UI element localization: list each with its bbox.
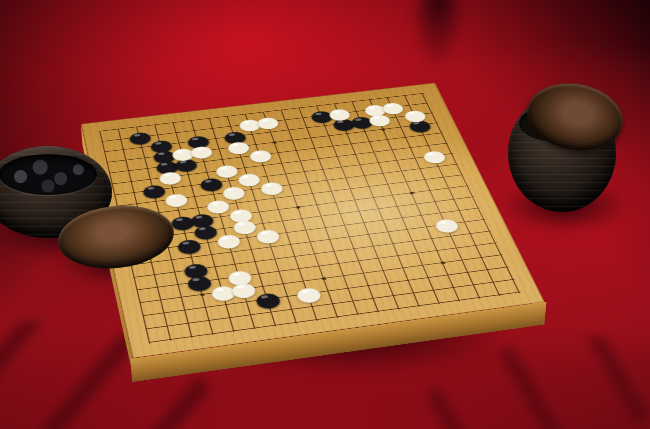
black-stone: ● [255, 292, 280, 308]
black-stone: ● [184, 262, 208, 277]
white-stone-glyph: ● [296, 286, 321, 301]
hoshi-dot [272, 141, 277, 144]
white-stone: ● [296, 286, 321, 301]
white-stone-glyph: ● [165, 192, 187, 206]
white-stone: ● [403, 109, 425, 121]
hoshi-point [312, 271, 337, 286]
black-stone-glyph: ● [194, 224, 217, 238]
black-stone: ● [171, 215, 194, 229]
white-stone-glyph: ● [257, 116, 279, 128]
white-stone: ● [434, 218, 458, 232]
white-stone: ● [227, 269, 251, 284]
hoshi-dot [180, 220, 185, 223]
white-stone-glyph: ● [159, 171, 181, 184]
hoshi-dot [409, 192, 414, 195]
white-stone-glyph: ● [249, 149, 271, 162]
white-stone-glyph: ● [260, 181, 283, 194]
black-stone: ● [177, 238, 200, 252]
white-stone: ● [249, 149, 271, 162]
white-stone: ● [206, 199, 229, 213]
white-stone: ● [159, 171, 181, 184]
white-stone: ● [217, 233, 240, 247]
white-stone: ● [260, 181, 283, 194]
white-stone: ● [190, 145, 212, 158]
white-stone: ● [229, 208, 252, 222]
black-stone-glyph: ● [187, 275, 211, 290]
white-stone: ● [368, 113, 390, 125]
white-stone: ● [165, 192, 187, 206]
white-stone-glyph: ● [328, 108, 350, 120]
hoshi-dot [381, 128, 386, 131]
white-stone: ● [233, 219, 256, 233]
white-stone-glyph: ● [217, 233, 240, 247]
white-stone-glyph: ● [206, 199, 229, 213]
hoshi-point [431, 256, 456, 271]
white-stone-glyph: ● [368, 113, 390, 125]
white-stone-glyph: ● [227, 269, 251, 284]
white-stone-glyph: ● [190, 145, 212, 158]
white-stone-glyph: ● [422, 150, 445, 163]
white-stone-glyph: ● [229, 208, 252, 222]
black-stone-glyph: ● [184, 262, 208, 277]
hoshi-dot [200, 293, 205, 296]
white-stone-glyph: ● [403, 109, 425, 121]
hoshi-point [400, 186, 424, 199]
black-stone: ● [194, 224, 217, 238]
white-stone-glyph: ● [231, 282, 255, 297]
black-stones-in-bowl [0, 154, 97, 194]
hoshi-dot [440, 261, 446, 264]
white-stone-glyph: ● [256, 228, 279, 242]
hoshi-point [190, 287, 214, 302]
hoshi-dot [296, 206, 301, 209]
white-stone: ● [328, 108, 350, 120]
hoshi-dot [321, 277, 326, 280]
black-stone-glyph: ● [255, 292, 280, 308]
white-stone: ● [422, 150, 445, 163]
black-stone-glyph: ● [177, 238, 200, 252]
white-stone: ● [211, 284, 235, 299]
black-stone-glyph: ● [171, 215, 194, 229]
white-stone: ● [231, 282, 255, 297]
white-stone: ● [257, 116, 279, 128]
black-stone: ● [190, 213, 213, 227]
white-stone-glyph: ● [233, 219, 256, 233]
photo-stage: ●●●●●●●●●●●●●●●●●●●●●●●●●●●●●●●●●●●●●●●●… [0, 0, 650, 429]
white-stone-glyph: ● [211, 284, 235, 299]
black-stone: ● [187, 275, 211, 290]
hoshi-point [171, 215, 194, 229]
white-stone-glyph: ● [434, 218, 458, 232]
hoshi-point [287, 201, 310, 215]
black-stone-glyph: ● [190, 213, 213, 227]
white-stone: ● [256, 228, 279, 242]
